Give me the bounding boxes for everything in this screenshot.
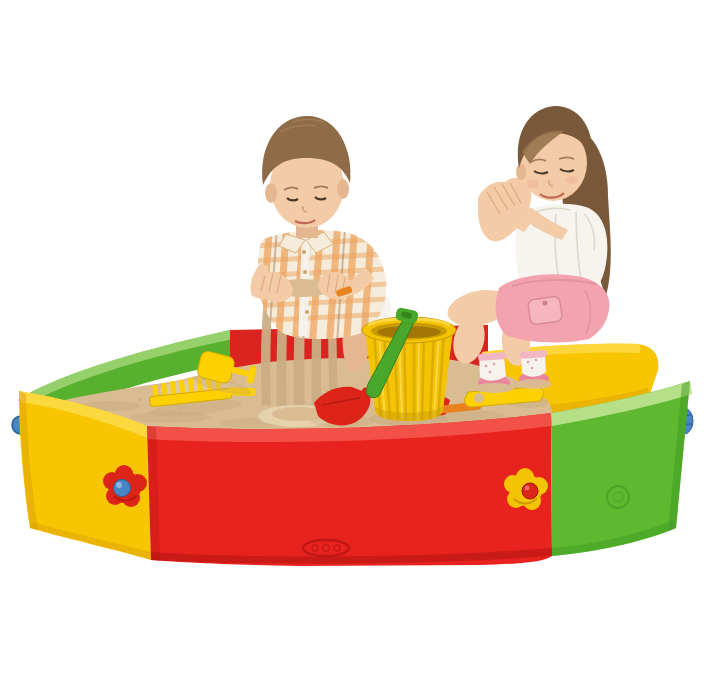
sand-over-shoe [516,379,552,389]
girl-ear [516,164,526,180]
sand-bucket [362,307,456,426]
girl-blush [566,176,578,184]
girl-shorts-button [543,301,548,306]
panel-front-center-red [147,413,552,566]
sand-over-shoe [474,383,514,393]
sandbox-photo: Two children playing in a hexagonal plas… [0,0,711,673]
girl-blush [527,180,539,188]
girl-shorts-pocket [527,296,562,325]
boy-ear-right [337,179,349,199]
boy-ear-left [265,183,277,203]
photo-stage: Two children playing in a hexagonal plas… [0,0,711,673]
